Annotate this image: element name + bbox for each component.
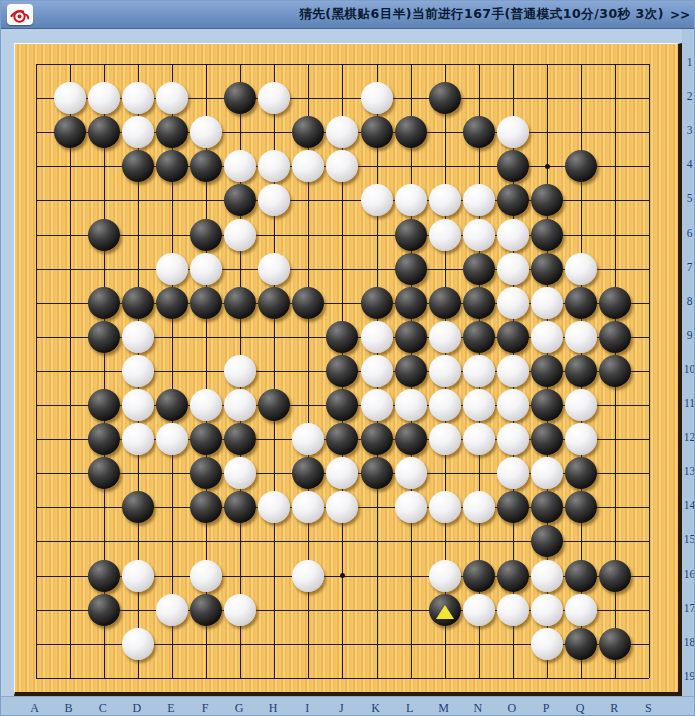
white-stone — [156, 253, 188, 285]
white-stone — [395, 389, 427, 421]
white-stone — [292, 423, 324, 455]
black-stone — [599, 560, 631, 592]
black-stone — [531, 219, 563, 251]
black-stone — [224, 491, 256, 523]
column-label: C — [99, 702, 107, 714]
white-stone — [326, 491, 358, 523]
white-stone — [190, 389, 222, 421]
black-stone — [361, 287, 393, 319]
white-stone — [54, 82, 86, 114]
black-stone — [190, 287, 222, 319]
white-stone — [429, 321, 461, 353]
white-stone — [122, 82, 154, 114]
board-frame — [14, 43, 682, 696]
white-stone — [395, 457, 427, 489]
white-stone — [531, 628, 563, 660]
more-button[interactable]: >> — [670, 8, 690, 22]
row-label: 3 — [683, 125, 695, 137]
white-stone — [531, 321, 563, 353]
black-stone — [565, 628, 597, 660]
white-stone — [531, 560, 563, 592]
black-stone — [565, 457, 597, 489]
row-label: 18 — [683, 637, 695, 649]
column-label: S — [645, 702, 652, 714]
black-stone — [156, 150, 188, 182]
black-stone — [497, 150, 529, 182]
column-label: D — [132, 702, 141, 714]
black-stone — [88, 560, 120, 592]
white-stone — [429, 423, 461, 455]
black-stone — [88, 594, 120, 626]
white-stone — [463, 491, 495, 523]
row-label: 13 — [683, 466, 695, 478]
column-label: R — [610, 702, 618, 714]
white-stone — [361, 82, 393, 114]
row-label: 11 — [683, 398, 695, 410]
black-stone — [599, 321, 631, 353]
white-stone — [531, 287, 563, 319]
white-stone — [395, 184, 427, 216]
row-label: 2 — [683, 91, 695, 103]
white-stone — [258, 184, 290, 216]
grid-line — [36, 678, 650, 679]
goban[interactable] — [15, 44, 678, 692]
column-label: B — [65, 702, 73, 714]
black-stone — [258, 389, 290, 421]
black-stone — [463, 116, 495, 148]
black-stone — [190, 491, 222, 523]
row-label: 5 — [683, 194, 695, 206]
white-stone — [122, 389, 154, 421]
white-stone — [429, 491, 461, 523]
black-stone — [156, 389, 188, 421]
white-stone — [361, 355, 393, 387]
row-label: 15 — [683, 535, 695, 547]
white-stone — [429, 184, 461, 216]
white-stone — [224, 150, 256, 182]
white-stone — [565, 389, 597, 421]
column-label: A — [30, 702, 39, 714]
black-stone — [88, 423, 120, 455]
sina-logo-icon[interactable] — [7, 4, 33, 25]
white-stone — [531, 594, 563, 626]
black-stone — [565, 491, 597, 523]
white-stone — [497, 457, 529, 489]
black-stone — [395, 116, 427, 148]
eye-glyph — [10, 7, 30, 23]
black-stone — [395, 355, 427, 387]
white-stone — [497, 219, 529, 251]
black-stone — [463, 287, 495, 319]
column-coordinates-strip: ABCDEFGHIJKLMNOPQRS — [1, 696, 695, 716]
black-stone — [599, 628, 631, 660]
black-stone — [531, 184, 563, 216]
column-label: I — [305, 702, 309, 714]
white-stone — [463, 594, 495, 626]
title-bar: 猜先(黑棋贴6目半)当前进行167手(普通模式10分/30秒 3次) >> — [1, 1, 695, 29]
black-stone — [599, 287, 631, 319]
white-stone — [361, 321, 393, 353]
row-label: 8 — [683, 296, 695, 308]
black-stone — [190, 594, 222, 626]
black-stone — [292, 116, 324, 148]
black-stone — [395, 321, 427, 353]
white-stone — [292, 491, 324, 523]
white-stone — [122, 116, 154, 148]
column-label: K — [371, 702, 380, 714]
black-stone — [88, 389, 120, 421]
row-label: 10 — [683, 364, 695, 376]
white-stone — [326, 116, 358, 148]
column-label: N — [473, 702, 482, 714]
white-stone — [429, 389, 461, 421]
white-stone — [565, 321, 597, 353]
column-label: P — [543, 702, 550, 714]
black-stone — [497, 321, 529, 353]
white-stone — [326, 150, 358, 182]
white-stone — [395, 491, 427, 523]
black-stone — [395, 423, 427, 455]
white-stone — [531, 457, 563, 489]
column-label: H — [269, 702, 278, 714]
black-stone — [190, 457, 222, 489]
black-stone — [531, 355, 563, 387]
black-stone — [463, 321, 495, 353]
white-stone — [463, 389, 495, 421]
white-stone — [497, 287, 529, 319]
black-stone — [190, 219, 222, 251]
black-stone — [531, 389, 563, 421]
black-stone — [122, 491, 154, 523]
column-label: G — [235, 702, 244, 714]
black-stone — [88, 287, 120, 319]
black-stone — [429, 287, 461, 319]
star-point — [340, 573, 345, 578]
black-stone — [531, 491, 563, 523]
black-stone — [156, 116, 188, 148]
black-stone — [224, 423, 256, 455]
black-stone — [54, 116, 86, 148]
black-stone — [463, 560, 495, 592]
black-stone — [361, 423, 393, 455]
black-stone — [88, 457, 120, 489]
white-stone — [224, 594, 256, 626]
black-stone — [565, 287, 597, 319]
black-stone — [361, 457, 393, 489]
white-stone — [497, 116, 529, 148]
column-label: L — [406, 702, 413, 714]
row-label: 16 — [683, 569, 695, 581]
white-stone — [565, 253, 597, 285]
black-stone — [156, 287, 188, 319]
black-stone — [224, 287, 256, 319]
row-label: 14 — [683, 501, 695, 513]
black-stone — [361, 116, 393, 148]
black-stone — [88, 116, 120, 148]
white-stone — [429, 219, 461, 251]
white-stone — [122, 423, 154, 455]
white-stone — [497, 389, 529, 421]
black-stone — [531, 525, 563, 557]
black-stone — [326, 355, 358, 387]
black-stone — [463, 253, 495, 285]
white-stone — [565, 594, 597, 626]
column-label: E — [167, 702, 174, 714]
row-label: 4 — [683, 160, 695, 172]
black-stone — [224, 82, 256, 114]
white-stone — [565, 423, 597, 455]
black-stone — [497, 491, 529, 523]
white-stone — [190, 116, 222, 148]
white-stone — [122, 628, 154, 660]
white-stone — [122, 355, 154, 387]
black-stone — [395, 253, 427, 285]
column-label: Q — [576, 702, 585, 714]
black-stone — [122, 150, 154, 182]
white-stone — [497, 423, 529, 455]
row-label: 7 — [683, 262, 695, 274]
game-status-text: 猜先(黑棋贴6目半)当前进行167手(普通模式10分/30秒 3次) — [33, 6, 664, 23]
white-stone — [326, 457, 358, 489]
row-label: 19 — [683, 671, 695, 683]
black-stone — [190, 150, 222, 182]
white-stone — [190, 253, 222, 285]
white-stone — [224, 389, 256, 421]
black-stone — [565, 150, 597, 182]
white-stone — [258, 150, 290, 182]
white-stone — [292, 150, 324, 182]
column-label: F — [202, 702, 209, 714]
white-stone — [258, 491, 290, 523]
white-stone — [463, 423, 495, 455]
white-stone — [224, 219, 256, 251]
white-stone — [429, 560, 461, 592]
black-stone — [395, 287, 427, 319]
star-point — [545, 164, 550, 169]
column-label: J — [339, 702, 344, 714]
black-stone — [258, 287, 290, 319]
row-label: 12 — [683, 432, 695, 444]
column-label: M — [438, 702, 449, 714]
white-stone — [156, 594, 188, 626]
black-stone — [326, 423, 358, 455]
white-stone — [190, 560, 222, 592]
black-stone — [599, 355, 631, 387]
white-stone — [361, 184, 393, 216]
column-label: O — [508, 702, 517, 714]
white-stone — [122, 321, 154, 353]
black-stone — [497, 560, 529, 592]
white-stone — [292, 560, 324, 592]
white-stone — [361, 389, 393, 421]
go-client-window: 猜先(黑棋贴6目半)当前进行167手(普通模式10分/30秒 3次) >> 12… — [0, 0, 695, 716]
white-stone — [258, 82, 290, 114]
white-stone — [122, 560, 154, 592]
black-stone — [122, 287, 154, 319]
white-stone — [156, 82, 188, 114]
black-stone — [565, 560, 597, 592]
black-stone — [429, 82, 461, 114]
row-label: 1 — [683, 57, 695, 69]
black-stone — [531, 253, 563, 285]
row-coordinates-strip: 12345678910111213141516171819 — [682, 29, 695, 696]
grid-line — [649, 64, 650, 678]
white-stone — [463, 219, 495, 251]
black-stone — [326, 321, 358, 353]
white-stone — [224, 355, 256, 387]
black-stone — [88, 321, 120, 353]
row-label: 17 — [683, 603, 695, 615]
white-stone — [429, 355, 461, 387]
row-label: 6 — [683, 228, 695, 240]
row-label: 9 — [683, 330, 695, 342]
white-stone — [88, 82, 120, 114]
black-stone — [565, 355, 597, 387]
black-stone — [292, 457, 324, 489]
black-stone — [531, 423, 563, 455]
white-stone — [497, 594, 529, 626]
white-stone — [258, 253, 290, 285]
white-stone — [463, 355, 495, 387]
last-move-triangle-marker — [436, 605, 454, 619]
white-stone — [463, 184, 495, 216]
white-stone — [497, 253, 529, 285]
white-stone — [224, 457, 256, 489]
black-stone — [292, 287, 324, 319]
black-stone — [224, 184, 256, 216]
white-stone — [156, 423, 188, 455]
black-stone — [190, 423, 222, 455]
white-stone — [497, 355, 529, 387]
black-stone — [88, 219, 120, 251]
black-stone — [395, 219, 427, 251]
black-stone — [326, 389, 358, 421]
black-stone — [497, 184, 529, 216]
